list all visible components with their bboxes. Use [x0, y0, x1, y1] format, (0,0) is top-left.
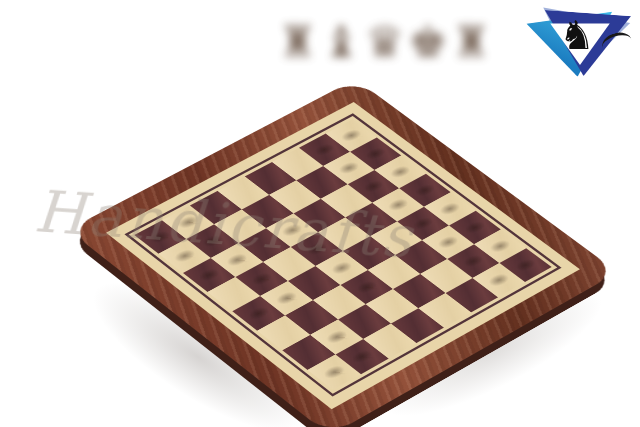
square-h7: ♟: [473, 263, 525, 297]
piece-white-king-e1: ♚: [226, 266, 294, 317]
brand-logo: ♞: [528, 6, 632, 82]
rosewood-border: ♜♟♟♜♞♟♟♞♝♟♝♟♝♟♞♟♛♚♟♛♟♚♟♟♝♟♟♞♜♟♟♜: [68, 79, 618, 427]
knight-head-icon: ♞: [559, 12, 595, 58]
piece-white-pawn-f4: ♟: [335, 258, 401, 291]
piece-white-rook-h1: ♜: [301, 338, 369, 377]
inner-maple-strip: ♜♟♟♜♞♟♟♞♝♟♝♟♝♟♞♟♛♚♟♛♟♚♟♟♝♟♟♞♜♟♟♜: [129, 116, 558, 394]
square-h1: ♜: [308, 354, 361, 389]
square-f4: ♟: [341, 270, 394, 304]
chess-board: ♜♟♟♜♞♟♟♞♝♟♝♟♝♟♞♟♛♚♟♛♟♚♟♟♝♟♟♞♜♟♟♜: [68, 79, 618, 427]
piece-black-pawn-h7: ♟: [467, 252, 533, 285]
chess-set-product-photo: ♜♝♛♚♜ ♜♟♟♜♞♟♟♞♝♟♝♟♝♟♞♟♛♚♟♛♟♚♟♟♝♟♟♞♜♟♟♜ H…: [0, 0, 640, 427]
inner-frame-line: ♜♟♟♜♞♟♟♞♝♟♝♟♝♟♞♟♛♚♟♛♟♚♟♟♝♟♟♞♜♟♟♜: [124, 113, 561, 396]
maple-border-band: ♜♟♟♜♞♟♟♞♝♟♝♟♝♟♞♟♛♚♟♛♟♚♟♟♝♟♟♞♜♟♟♜: [106, 102, 580, 409]
